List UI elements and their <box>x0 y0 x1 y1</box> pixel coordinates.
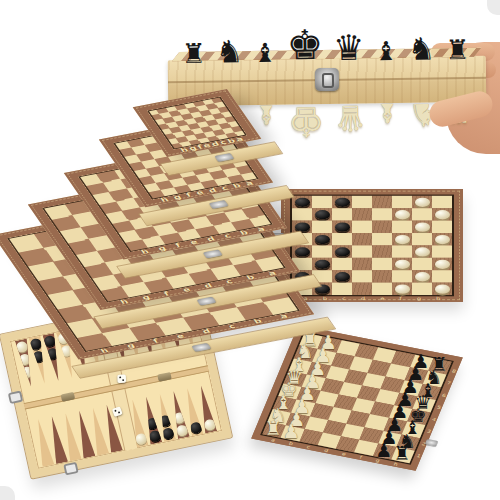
metal-clasp-icon <box>315 68 339 91</box>
black-backgammon-checker <box>46 347 60 360</box>
black-backgammon-checker <box>159 414 173 427</box>
checkers-square <box>392 283 412 295</box>
white-backgammon-checker <box>134 433 148 446</box>
checkers-square <box>432 283 452 295</box>
file-label: g <box>417 296 421 301</box>
white-backgammon-checker <box>16 340 30 353</box>
coordinate-letter: f <box>173 241 181 248</box>
checkers-square <box>352 221 372 233</box>
coordinate-letter: c <box>222 232 232 239</box>
black-checker <box>295 197 310 206</box>
file-label: c <box>306 444 311 449</box>
black-rook-piece: ♜ <box>181 41 206 67</box>
white-checker <box>435 259 450 268</box>
white-backgammon-checker <box>203 418 217 431</box>
checkers-square <box>412 208 432 220</box>
white-backgammon-checker <box>175 424 189 437</box>
rank-label: 4 <box>431 417 437 423</box>
checkers-square <box>412 196 432 208</box>
checkers-square <box>332 196 352 208</box>
coordinate-letter: e <box>195 189 206 196</box>
file-label: h <box>436 296 440 301</box>
checkers-square <box>372 283 392 295</box>
file-label: b <box>288 441 294 447</box>
checkers-square <box>352 283 372 295</box>
checkers-square <box>292 208 312 220</box>
checkers-square <box>312 258 332 270</box>
product-photo-collage: hgfedcbahgfedcbahgfedcbahgfedcbahgfedcba… <box>0 0 500 500</box>
coordinate-letter: d <box>210 140 221 147</box>
file-label: e <box>380 296 384 301</box>
black-checker <box>295 247 310 256</box>
checkers-square <box>292 196 312 208</box>
latch-icon <box>197 297 217 306</box>
white-checker <box>435 235 450 244</box>
white-checker <box>415 247 430 256</box>
rank-label: 3 <box>426 429 432 435</box>
checkers-square <box>332 233 352 245</box>
checkers-square <box>432 258 452 270</box>
hinge-plate-icon <box>60 392 75 402</box>
checkers-square <box>312 196 332 208</box>
file-label: b <box>323 296 327 301</box>
checkers-square <box>372 270 392 282</box>
coordinate-letter: a <box>278 312 289 319</box>
backgammon-point <box>32 418 54 467</box>
coordinate-letter: h <box>119 298 130 305</box>
die-icon <box>117 374 126 383</box>
checkers-square <box>412 258 432 270</box>
checkers-square <box>432 196 452 208</box>
latch-icon <box>215 153 235 162</box>
checkers-square <box>332 245 352 257</box>
coordinate-letter: a <box>267 270 278 277</box>
black-backgammon-checker <box>145 417 159 430</box>
black-pawn-piece: ♟ <box>375 440 392 459</box>
coordinate-letter: h <box>139 248 150 255</box>
latch-icon <box>202 249 222 258</box>
coordinate-letter: h <box>159 196 170 203</box>
coordinate-letter: d <box>200 327 211 334</box>
checkers-square <box>312 245 332 257</box>
coordinate-letter: a <box>234 136 245 143</box>
checkers-square <box>352 245 372 257</box>
checkers-square <box>392 221 412 233</box>
coordinate-letter: c <box>224 278 234 285</box>
file-label: c <box>342 296 346 301</box>
coordinate-letter: e <box>181 286 192 293</box>
coordinate-letter: d <box>203 282 214 289</box>
rank-label: 8 <box>451 369 457 375</box>
checkers-square <box>392 208 412 220</box>
rank-label: 1 <box>416 453 422 459</box>
black-backgammon-checker <box>43 335 57 348</box>
coordinate-letter: g <box>140 294 151 301</box>
file-label: d <box>361 296 365 301</box>
black-bishop-piece: ♝ <box>374 39 398 64</box>
coordinate-letter: g <box>125 342 136 349</box>
black-checker <box>315 235 330 244</box>
file-label: h <box>393 462 399 468</box>
white-checker <box>435 284 450 293</box>
checkers-square <box>332 208 352 220</box>
coordinate-letter: b <box>252 317 263 324</box>
black-checker <box>335 222 350 231</box>
checkers-square <box>412 270 432 282</box>
white-rook-piece: ♜ <box>265 419 282 438</box>
checkers-square <box>312 221 332 233</box>
coordinate-letter: d <box>205 235 216 242</box>
black-checker <box>335 272 350 281</box>
white-bishop-piece: ♝ <box>375 100 399 125</box>
white-bishop-piece: ♝ <box>254 102 278 127</box>
file-label: d <box>323 448 329 454</box>
checkers-square <box>352 270 372 282</box>
black-backgammon-checker <box>148 430 162 443</box>
black-knight-piece: ♞ <box>407 34 435 64</box>
checkers-square <box>412 233 432 245</box>
black-backgammon-checker <box>29 338 43 351</box>
white-checker <box>395 259 410 268</box>
checkers-square <box>352 233 372 245</box>
checkers-square <box>352 208 372 220</box>
standing-black-pieces-row: ♜♞♝♚♛♝♞♜ <box>181 24 470 67</box>
checkers-square <box>392 196 412 208</box>
checkers-square <box>372 208 392 220</box>
checkers-square <box>332 283 352 295</box>
checkers-square <box>432 208 452 220</box>
checkers-square <box>412 283 432 295</box>
rounded-corner-bottom-left <box>0 486 15 500</box>
coordinate-letter: f <box>162 290 170 297</box>
checkers-square <box>332 258 352 270</box>
black-rook-piece: ♜ <box>445 37 470 63</box>
latch-icon <box>208 200 228 209</box>
black-backgammon-checker <box>189 421 203 434</box>
checkers-square <box>372 221 392 233</box>
checkers-square <box>292 245 312 257</box>
checkers-square <box>352 196 372 208</box>
white-backgammon-checker <box>18 353 32 366</box>
checkers-square <box>372 258 392 270</box>
white-backgammon-checker <box>173 412 187 425</box>
black-checker <box>335 197 350 206</box>
rank-label: 7 <box>446 381 452 387</box>
file-label: g <box>375 458 381 464</box>
black-knight-piece: ♞ <box>215 37 243 67</box>
checkers-square <box>432 221 452 233</box>
coordinate-letter: f <box>196 144 204 151</box>
coordinate-letter: a <box>244 180 255 187</box>
coordinate-letter: h <box>99 347 110 354</box>
checkers-square <box>332 221 352 233</box>
black-checker <box>315 210 330 219</box>
black-queen-piece: ♛ <box>333 31 365 65</box>
coordinate-letter: f <box>151 337 159 344</box>
black-backgammon-checker <box>32 350 46 363</box>
checkers-square <box>392 233 412 245</box>
coordinate-letter: c <box>227 322 237 329</box>
white-pawn-piece: ♟ <box>283 422 300 441</box>
file-label: a <box>270 437 276 443</box>
checkers-square <box>412 221 432 233</box>
black-rook-piece: ♜ <box>393 444 410 463</box>
black-checker <box>335 247 350 256</box>
coordinate-letter: b <box>226 137 237 144</box>
clasp-hook-icon <box>63 462 78 475</box>
white-checker <box>395 235 410 244</box>
coordinate-letter: h <box>179 146 190 153</box>
white-king-piece: ♚ <box>287 101 324 140</box>
white-checker <box>415 197 430 206</box>
white-checker <box>435 210 450 219</box>
white-checker <box>415 272 430 281</box>
coordinate-letter: c <box>218 139 228 146</box>
white-checker <box>395 284 410 293</box>
checkers-square <box>312 233 332 245</box>
coordinate-letter: g <box>187 145 198 152</box>
coordinate-letter: b <box>245 274 256 281</box>
latch-icon <box>425 439 438 447</box>
white-queen-piece: ♛ <box>334 100 366 134</box>
black-checker <box>295 222 310 231</box>
checkers-square <box>392 270 412 282</box>
coordinate-letter: f <box>185 192 193 199</box>
checkers-square <box>392 258 412 270</box>
coordinate-letter: e <box>202 142 213 149</box>
checkers-file-labels: abcdefgh <box>296 296 448 301</box>
coordinate-letter: a <box>255 225 266 232</box>
white-checker <box>395 210 410 219</box>
checkers-square <box>392 245 412 257</box>
black-king-piece: ♚ <box>286 26 323 65</box>
coordinate-letter: e <box>175 332 186 339</box>
checkers-square <box>432 270 452 282</box>
checkers-square <box>412 245 432 257</box>
black-checker <box>315 259 330 268</box>
checkers-square <box>352 258 372 270</box>
rank-label: 6 <box>441 393 447 399</box>
file-label: f <box>359 455 363 460</box>
coordinate-letter: d <box>207 187 218 194</box>
checkers-square <box>332 270 352 282</box>
white-backgammon-checker <box>21 366 35 379</box>
white-checker <box>415 222 430 231</box>
coordinate-letter: g <box>172 194 183 201</box>
file-label: f <box>399 296 401 301</box>
rank-label: 5 <box>436 405 442 411</box>
checkers-square <box>372 196 392 208</box>
coordinate-letter: c <box>220 185 230 192</box>
checkers-square <box>432 233 452 245</box>
hinge-plate-icon <box>158 371 173 381</box>
file-label: e <box>341 451 347 457</box>
coordinate-letter: b <box>238 228 249 235</box>
black-backgammon-checker <box>162 427 176 440</box>
coordinate-letter: b <box>231 182 242 189</box>
latch-icon <box>191 342 211 351</box>
black-bishop-piece: ♝ <box>253 41 277 66</box>
checkers-square <box>372 233 392 245</box>
coordinate-letter: g <box>156 244 167 251</box>
checkers-square <box>432 245 452 257</box>
coordinate-letter: e <box>188 238 199 245</box>
checkers-square <box>312 208 332 220</box>
checkers-square <box>372 245 392 257</box>
